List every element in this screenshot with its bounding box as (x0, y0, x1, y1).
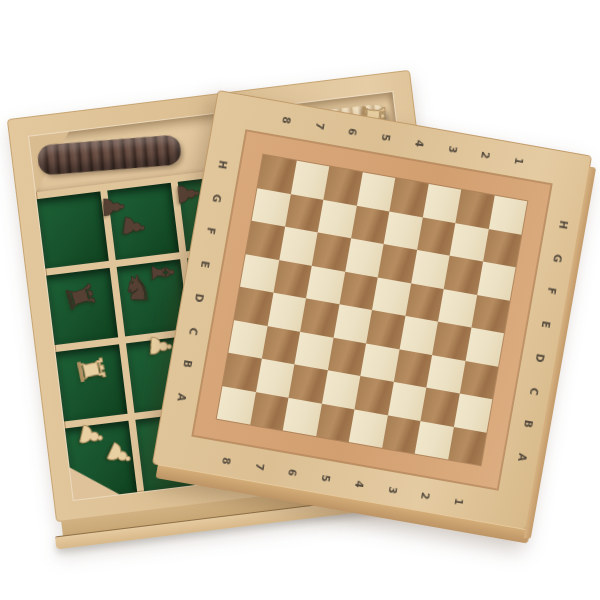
board-square (483, 228, 522, 267)
rank-label-bottom: 1 (451, 494, 467, 510)
file-label-right: A (515, 449, 531, 465)
file-label-right: F (544, 283, 560, 299)
file-label-left: G (209, 190, 225, 206)
board-inner-border (192, 130, 551, 489)
rank-label-top: 3 (445, 141, 461, 157)
board-square (448, 426, 487, 465)
rank-label-top: 4 (411, 136, 427, 152)
file-label-right: E (538, 316, 554, 332)
file-label-left: C (186, 323, 202, 339)
rank-label-bottom: 8 (218, 453, 234, 469)
rank-label-top: 8 (278, 112, 294, 128)
stored-piece-dark-pawn: ♟ (118, 212, 149, 241)
rank-label-top: 1 (511, 153, 527, 169)
file-label-right: C (526, 383, 542, 399)
board-square (465, 327, 504, 366)
rank-label-bottom: 7 (252, 459, 268, 475)
board-square (454, 393, 493, 432)
file-label-left: B (180, 356, 196, 372)
chess-board: 8765432187654321HGFEDCBAHGFEDCBA (152, 90, 592, 530)
rank-label-bottom: 4 (351, 476, 367, 492)
rank-label-bottom: 3 (385, 482, 401, 498)
board-square (459, 360, 498, 399)
file-label-left: A (174, 389, 190, 405)
rank-label-top: 6 (345, 124, 361, 140)
rank-label-top: 5 (378, 130, 394, 146)
file-label-right: D (532, 350, 548, 366)
rank-label-bottom: 5 (318, 470, 334, 486)
board-square (477, 261, 516, 300)
file-label-right: B (520, 416, 536, 432)
file-label-right: G (550, 250, 566, 266)
file-label-left: H (215, 157, 231, 173)
product-photo-scene: ♟♟♟♟♟♟♜♞♝♟♜♟♟♟♟♟♜ 8765432187654321HGFEDC… (0, 0, 600, 600)
rank-label-bottom: 6 (285, 465, 301, 481)
file-label-left: D (191, 290, 207, 306)
board-square (488, 195, 527, 234)
file-label-right: H (556, 217, 572, 233)
board-squares-grid (217, 155, 527, 465)
rank-label-top: 2 (478, 147, 494, 163)
stored-piece-dark-bishop: ♝ (147, 259, 178, 287)
file-label-left: E (197, 256, 213, 272)
rank-label-top: 7 (312, 118, 328, 134)
file-label-left: F (203, 223, 219, 239)
rank-label-bottom: 2 (418, 488, 434, 504)
board-square (471, 294, 510, 333)
